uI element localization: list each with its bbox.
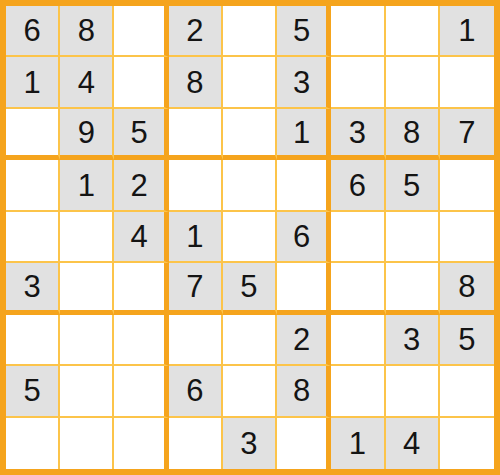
cell-r9c5[interactable]: 3 [223,418,277,469]
cell-r1c5[interactable] [223,6,277,57]
cell-r1c6[interactable]: 5 [277,6,331,57]
cell-r5c5[interactable] [223,212,277,263]
cell-r3c8[interactable]: 8 [386,109,440,160]
cell-r9c7[interactable]: 1 [331,418,385,469]
cell-r1c3[interactable] [114,6,168,57]
cell-r3c3[interactable]: 5 [114,109,168,160]
cell-r5c1[interactable] [6,212,60,263]
cell-r7c1[interactable] [6,315,60,366]
cell-r4c8[interactable]: 5 [386,160,440,211]
cell-r9c1[interactable] [6,418,60,469]
cell-r2c3[interactable] [114,57,168,108]
cell-r4c1[interactable] [6,160,60,211]
cell-r2c1[interactable]: 1 [6,57,60,108]
cell-r8c3[interactable] [114,366,168,417]
cell-r4c9[interactable] [440,160,494,211]
cell-r8c2[interactable] [60,366,114,417]
cell-r5c2[interactable] [60,212,114,263]
cell-r1c9[interactable]: 1 [440,6,494,57]
cell-r2c7[interactable] [331,57,385,108]
cell-r9c9[interactable] [440,418,494,469]
cell-r8c5[interactable] [223,366,277,417]
cell-r1c7[interactable] [331,6,385,57]
cell-r6c9[interactable]: 8 [440,263,494,314]
cell-r6c7[interactable] [331,263,385,314]
cell-r5c4[interactable]: 1 [169,212,223,263]
cell-r3c6[interactable]: 1 [277,109,331,160]
cell-r6c1[interactable]: 3 [6,263,60,314]
cell-r9c8[interactable]: 4 [386,418,440,469]
cell-r7c3[interactable] [114,315,168,366]
cell-r4c4[interactable] [169,160,223,211]
cell-r2c6[interactable]: 3 [277,57,331,108]
sudoku-board: 68251148395138712654163758235568314 [0,0,500,475]
cell-r6c3[interactable] [114,263,168,314]
cell-r1c1[interactable]: 6 [6,6,60,57]
cell-r6c4[interactable]: 7 [169,263,223,314]
cell-r7c7[interactable] [331,315,385,366]
cell-r4c2[interactable]: 1 [60,160,114,211]
cell-r3c4[interactable] [169,109,223,160]
cell-r1c2[interactable]: 8 [60,6,114,57]
cell-r6c6[interactable] [277,263,331,314]
cell-r5c9[interactable] [440,212,494,263]
cell-r8c4[interactable]: 6 [169,366,223,417]
cell-r4c3[interactable]: 2 [114,160,168,211]
cell-r4c6[interactable] [277,160,331,211]
cell-r1c4[interactable]: 2 [169,6,223,57]
cell-r6c5[interactable]: 5 [223,263,277,314]
cell-r5c3[interactable]: 4 [114,212,168,263]
cell-r4c7[interactable]: 6 [331,160,385,211]
cell-r1c8[interactable] [386,6,440,57]
cell-r2c9[interactable] [440,57,494,108]
cell-r3c7[interactable]: 3 [331,109,385,160]
cell-r7c5[interactable] [223,315,277,366]
cell-r2c2[interactable]: 4 [60,57,114,108]
cell-r5c6[interactable]: 6 [277,212,331,263]
cell-r8c1[interactable]: 5 [6,366,60,417]
cell-r6c2[interactable] [60,263,114,314]
cell-r9c3[interactable] [114,418,168,469]
cell-r8c8[interactable] [386,366,440,417]
cell-r3c1[interactable] [6,109,60,160]
cell-r4c5[interactable] [223,160,277,211]
cell-r3c2[interactable]: 9 [60,109,114,160]
cell-r7c8[interactable]: 3 [386,315,440,366]
cell-r5c7[interactable] [331,212,385,263]
cell-r7c9[interactable]: 5 [440,315,494,366]
cell-r7c4[interactable] [169,315,223,366]
cell-r2c8[interactable] [386,57,440,108]
cell-r5c8[interactable] [386,212,440,263]
cell-r9c6[interactable] [277,418,331,469]
cell-r7c2[interactable] [60,315,114,366]
cell-r3c9[interactable]: 7 [440,109,494,160]
cell-r6c8[interactable] [386,263,440,314]
cell-r8c6[interactable]: 8 [277,366,331,417]
cell-r7c6[interactable]: 2 [277,315,331,366]
cell-r2c4[interactable]: 8 [169,57,223,108]
cell-r9c4[interactable] [169,418,223,469]
cell-r9c2[interactable] [60,418,114,469]
cell-r3c5[interactable] [223,109,277,160]
cell-r8c7[interactable] [331,366,385,417]
cell-r2c5[interactable] [223,57,277,108]
cell-r8c9[interactable] [440,366,494,417]
